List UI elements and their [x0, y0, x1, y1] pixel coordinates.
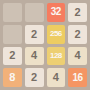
tile-2-r2c2: 2: [25, 25, 44, 44]
empty-cell-r1c1: [3, 3, 22, 22]
tile-2-r1c4: 2: [68, 3, 87, 22]
tile-2-r2c4: 2: [68, 25, 87, 44]
tile-32-r1c3: 32: [47, 3, 66, 22]
empty-cell-r1c2: [25, 3, 44, 22]
tile-8-r4c1: 8: [3, 68, 22, 87]
empty-cell-r2c1: [3, 25, 22, 44]
tile-256-r2c3: 256: [47, 25, 66, 44]
tile-16-r4c4: 16: [68, 68, 87, 87]
tile-4-r4c3: 4: [47, 68, 66, 87]
tile-2-r4c2: 2: [25, 68, 44, 87]
2048-board[interactable]: 3222256224128482416: [0, 0, 90, 90]
tile-128-r3c3: 128: [47, 47, 66, 66]
tile-4-r3c4: 4: [68, 47, 87, 66]
tile-2-r3c1: 2: [3, 47, 22, 66]
tile-4-r3c2: 4: [25, 47, 44, 66]
